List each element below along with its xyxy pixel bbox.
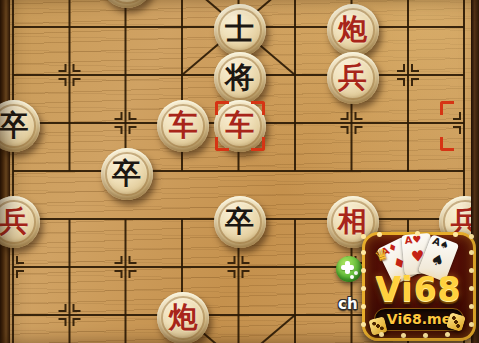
- dpad-dot: [350, 275, 354, 279]
- piece-red-chariot[interactable]: 车: [157, 100, 209, 152]
- piece-character: 车: [169, 111, 198, 140]
- logo-lightbulbs: [361, 234, 366, 239]
- piece-character: 车: [225, 111, 254, 140]
- piece-character: 士: [225, 15, 254, 44]
- piece-character: 炮: [338, 15, 367, 44]
- piece-red-soldier[interactable]: 兵: [327, 52, 379, 104]
- piece-red-cannon[interactable]: 炮: [157, 292, 209, 343]
- piece-red-chariot[interactable]: 车: [214, 100, 266, 152]
- piece-black-soldier[interactable]: 卒: [214, 196, 266, 248]
- vi68-logo[interactable]: ♛ A♦ ♦ A♥ ♥ A♠ ♠ Vi68 Vi68.me: [358, 224, 479, 343]
- piece-red-cannon[interactable]: 炮: [327, 4, 379, 56]
- piece-black-general[interactable]: 将: [214, 52, 266, 104]
- vi68-logo-title: Vi68: [358, 270, 479, 309]
- piece-character: 炮: [169, 303, 198, 332]
- board-frame-left: [0, 0, 10, 343]
- xiangqi-board[interactable]: 象士炮将兵卒车车卒兵卒相兵炮 ch ♛ A♦ ♦ A♥ ♥ A♠ ♠ Vi68 …: [0, 0, 479, 343]
- piece-character: 兵: [0, 207, 29, 236]
- overlay-partial-text: ch: [338, 295, 358, 313]
- piece-character: 卒: [0, 111, 29, 140]
- piece-black-soldier[interactable]: 卒: [101, 148, 153, 200]
- piece-character: 卒: [225, 207, 254, 236]
- piece-character: 将: [225, 63, 254, 92]
- piece-character: 卒: [112, 159, 141, 188]
- piece-black-advisor[interactable]: 士: [214, 4, 266, 56]
- piece-character: 兵: [338, 63, 367, 92]
